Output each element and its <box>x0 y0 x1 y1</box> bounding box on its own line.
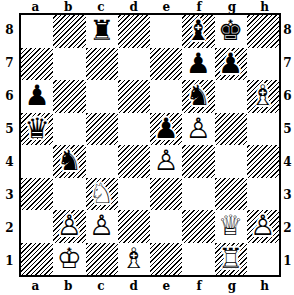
square-e2[interactable] <box>150 210 182 243</box>
rank-label-left-2: 2 <box>0 211 19 244</box>
piece-white-queen[interactable]: ♕ <box>215 210 247 243</box>
piece-black-knight[interactable]: ♞ <box>53 145 85 178</box>
square-b6[interactable] <box>53 80 85 113</box>
piece-white-rook[interactable]: ♖ <box>215 243 247 276</box>
file-label-top-f: f <box>183 0 216 14</box>
square-a5[interactable]: ♛♛ <box>21 113 53 146</box>
file-label-bottom-e: e <box>150 277 183 295</box>
rank-label-left-1: 1 <box>0 244 19 277</box>
square-d6[interactable] <box>118 80 150 113</box>
file-label-top-d: d <box>117 0 150 14</box>
rank-label-right-3: 3 <box>281 178 294 211</box>
piece-black-rook[interactable]: ♜ <box>86 15 118 48</box>
square-b3[interactable] <box>53 178 85 211</box>
square-c1[interactable] <box>86 243 118 276</box>
file-label-top-c: c <box>85 0 118 14</box>
square-g4[interactable] <box>215 145 247 178</box>
square-f5[interactable]: ♟♙ <box>182 113 214 146</box>
square-a8[interactable] <box>21 15 53 48</box>
square-b8[interactable] <box>53 15 85 48</box>
rank-label-left-7: 7 <box>0 46 19 79</box>
square-c4[interactable] <box>86 145 118 178</box>
square-d5[interactable] <box>118 113 150 146</box>
file-labels-bottom: abcdefgh <box>19 277 281 295</box>
file-labels-top: abcdefgh <box>19 0 281 13</box>
square-h2[interactable]: ♟♙ <box>247 210 279 243</box>
file-label-bottom-d: d <box>117 277 150 295</box>
rank-label-left-5: 5 <box>0 112 19 145</box>
piece-white-bishop[interactable]: ♗ <box>247 80 279 113</box>
file-label-bottom-g: g <box>216 277 249 295</box>
rank-labels-left: 87654321 <box>0 13 19 277</box>
square-h1[interactable] <box>247 243 279 276</box>
rank-label-left-3: 3 <box>0 178 19 211</box>
square-f6[interactable]: ♞♞ <box>182 80 214 113</box>
square-b4[interactable]: ♞♞ <box>53 145 85 178</box>
square-g6[interactable] <box>215 80 247 113</box>
square-a1[interactable] <box>21 243 53 276</box>
piece-white-pawn[interactable]: ♙ <box>53 210 85 243</box>
square-f4[interactable] <box>182 145 214 178</box>
square-c3[interactable]: ♞♘ <box>86 178 118 211</box>
square-d1[interactable]: ♝♗ <box>118 243 150 276</box>
piece-white-king[interactable]: ♔ <box>53 243 85 276</box>
rank-label-right-8: 8 <box>281 13 294 46</box>
piece-black-pawn[interactable]: ♟ <box>215 48 247 81</box>
square-e7[interactable] <box>150 48 182 81</box>
square-e6[interactable] <box>150 80 182 113</box>
square-f8[interactable]: ♝♝ <box>182 15 214 48</box>
square-h5[interactable] <box>247 113 279 146</box>
square-d7[interactable] <box>118 48 150 81</box>
file-label-top-g: g <box>216 0 249 14</box>
chess-diagram: abcdefgh 87654321 ♜♜♝♝♚♚♟♟♟♟♟♟♞♞♝♗♛♛♟♟♟♙… <box>0 0 294 295</box>
square-b1[interactable]: ♚♔ <box>53 243 85 276</box>
piece-black-knight[interactable]: ♞ <box>182 80 214 113</box>
rank-label-right-6: 6 <box>281 79 294 112</box>
piece-white-pawn[interactable]: ♙ <box>247 210 279 243</box>
square-a4[interactable] <box>21 145 53 178</box>
square-g2[interactable]: ♛♕ <box>215 210 247 243</box>
square-c8[interactable]: ♜♜ <box>86 15 118 48</box>
piece-black-king[interactable]: ♚ <box>215 15 247 48</box>
square-b7[interactable] <box>53 48 85 81</box>
rank-label-left-4: 4 <box>0 145 19 178</box>
chess-board: ♜♜♝♝♚♚♟♟♟♟♟♟♞♞♝♗♛♛♟♟♟♙♞♞♟♙♞♘♟♙♟♙♛♕♟♙♚♔♝♗… <box>19 13 281 277</box>
square-a6[interactable]: ♟♟ <box>21 80 53 113</box>
square-g3[interactable] <box>215 178 247 211</box>
file-label-top-e: e <box>150 0 183 14</box>
square-h4[interactable] <box>247 145 279 178</box>
square-f1[interactable] <box>182 243 214 276</box>
square-g5[interactable] <box>215 113 247 146</box>
square-h3[interactable] <box>247 178 279 211</box>
file-label-bottom-c: c <box>85 277 118 295</box>
rank-label-right-4: 4 <box>281 145 294 178</box>
piece-white-pawn[interactable]: ♙ <box>150 145 182 178</box>
square-f7[interactable]: ♟♟ <box>182 48 214 81</box>
square-e4[interactable]: ♟♙ <box>150 145 182 178</box>
rank-label-right-7: 7 <box>281 46 294 79</box>
square-h7[interactable] <box>247 48 279 81</box>
piece-white-knight[interactable]: ♘ <box>86 178 118 211</box>
square-g1[interactable]: ♜♖ <box>215 243 247 276</box>
square-a7[interactable] <box>21 48 53 81</box>
square-d4[interactable] <box>118 145 150 178</box>
rank-label-right-5: 5 <box>281 112 294 145</box>
square-e8[interactable] <box>150 15 182 48</box>
file-label-top-a: a <box>19 0 52 14</box>
square-b5[interactable] <box>53 113 85 146</box>
file-label-top-b: b <box>52 0 85 14</box>
file-label-bottom-h: h <box>248 277 281 295</box>
square-d3[interactable] <box>118 178 150 211</box>
file-label-top-h: h <box>248 0 281 14</box>
piece-black-pawn[interactable]: ♟ <box>21 80 53 113</box>
square-f2[interactable] <box>182 210 214 243</box>
square-a2[interactable] <box>21 210 53 243</box>
square-c5[interactable] <box>86 113 118 146</box>
file-label-bottom-f: f <box>183 277 216 295</box>
rank-labels-right: 87654321 <box>281 13 294 277</box>
piece-black-pawn[interactable]: ♟ <box>182 48 214 81</box>
square-e3[interactable] <box>150 178 182 211</box>
piece-white-bishop[interactable]: ♗ <box>118 243 150 276</box>
square-e5[interactable]: ♟♟ <box>150 113 182 146</box>
square-c7[interactable] <box>86 48 118 81</box>
square-c2[interactable]: ♟♙ <box>86 210 118 243</box>
square-h6[interactable]: ♝♗ <box>247 80 279 113</box>
rank-label-right-2: 2 <box>281 211 294 244</box>
file-label-bottom-a: a <box>19 277 52 295</box>
rank-label-right-1: 1 <box>281 244 294 277</box>
piece-black-bishop[interactable]: ♝ <box>182 15 214 48</box>
file-label-bottom-b: b <box>52 277 85 295</box>
rank-label-left-6: 6 <box>0 79 19 112</box>
square-b2[interactable]: ♟♙ <box>53 210 85 243</box>
square-e1[interactable] <box>150 243 182 276</box>
rank-label-left-8: 8 <box>0 13 19 46</box>
square-g8[interactable]: ♚♚ <box>215 15 247 48</box>
piece-black-queen[interactable]: ♛ <box>21 113 53 146</box>
square-h8[interactable] <box>247 15 279 48</box>
piece-white-pawn[interactable]: ♙ <box>86 210 118 243</box>
square-c6[interactable] <box>86 80 118 113</box>
square-g7[interactable]: ♟♟ <box>215 48 247 81</box>
square-f3[interactable] <box>182 178 214 211</box>
square-d8[interactable] <box>118 15 150 48</box>
piece-white-pawn[interactable]: ♙ <box>182 113 214 146</box>
square-d2[interactable] <box>118 210 150 243</box>
square-a3[interactable] <box>21 178 53 211</box>
piece-black-pawn[interactable]: ♟ <box>150 113 182 146</box>
